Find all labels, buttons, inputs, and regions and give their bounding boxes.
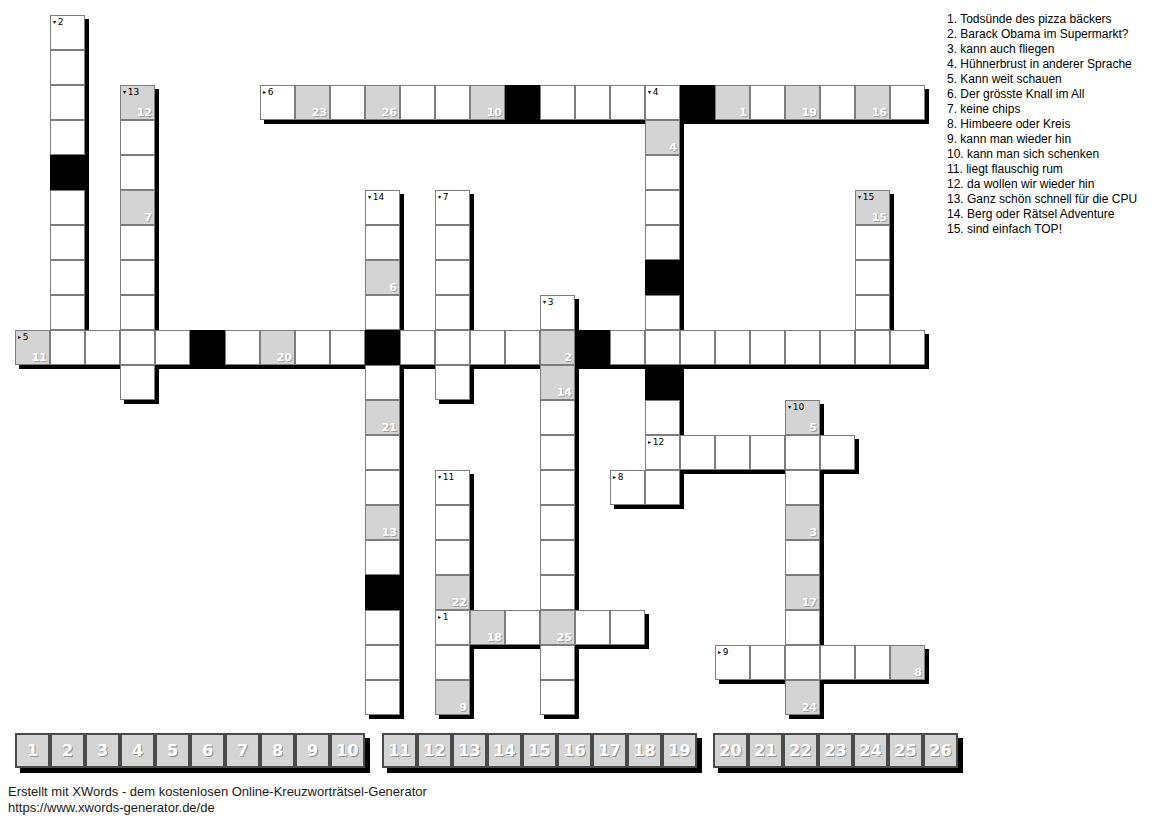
solution-letter-number: 21 [382,421,397,434]
cell-c1-r5[interactable] [50,190,85,225]
cell-c18-r2[interactable]: ▾ 4 [645,85,680,120]
cell-c23-r9[interactable] [820,330,855,365]
cell-c18-r11[interactable] [645,400,680,435]
cell-c23-r2[interactable] [820,85,855,120]
clue-item-4: 4. Hühnerbrust in anderer Sprache [947,57,1137,72]
across-clue-marker-1: ▸ 1 [438,612,449,622]
solution-cell-22[interactable]: 22 [783,733,818,768]
solution-cell-15[interactable]: 15 [522,733,557,768]
footer-credit: Erstellt mit XWords - dem kostenlosen On… [8,784,427,800]
cell-c17-r2[interactable] [610,85,645,120]
cell-c20-r12[interactable] [715,435,750,470]
cell-c16-r17[interactable] [575,610,610,645]
cell-c1-r9[interactable] [50,330,85,365]
clue-direction-arrow-icon: ▾ [368,193,371,200]
solution-letter-number: 14 [557,386,572,399]
cell-c20-r9[interactable] [715,330,750,365]
clue-item-14: 14. Berg oder Rätsel Adventure [947,207,1137,222]
solution-cell-12[interactable]: 12 [417,733,452,768]
cell-c21-r18[interactable] [750,645,785,680]
clue-direction-arrow-icon: ▾ [543,298,546,305]
cell-c3-r6[interactable] [120,225,155,260]
solution-cell-25[interactable]: 25 [888,733,923,768]
solution-letter-number: 20 [277,351,292,364]
cell-c15-r15[interactable] [540,540,575,575]
cell-c22-r19[interactable]: 24 [785,680,820,715]
solution-letter-number: 5 [809,421,817,434]
clue-direction-arrow-icon: ▾ [123,88,126,95]
cell-c1-r6[interactable] [50,225,85,260]
cell-c3-r4[interactable] [120,155,155,190]
solution-cell-5[interactable]: 5 [155,733,190,768]
cell-c18-r8[interactable] [645,295,680,330]
cell-c1-r0[interactable]: ▾ 2 [50,15,85,50]
cell-c18-r12[interactable]: ▸ 12 [645,435,680,470]
cell-c22-r16[interactable]: 17 [785,575,820,610]
solution-letter-number: 24 [802,701,817,714]
cell-c0-r9[interactable]: ▸ 511 [15,330,50,365]
separator-cell [365,330,400,365]
cell-c22-r18[interactable] [785,645,820,680]
cell-c24-r9[interactable] [855,330,890,365]
cell-c15-r13[interactable] [540,470,575,505]
cell-c17-r17[interactable] [610,610,645,645]
cell-c15-r14[interactable] [540,505,575,540]
clue-item-9: 9. kann man wieder hin [947,132,1137,147]
cell-c8-r9[interactable] [295,330,330,365]
cell-c14-r9[interactable] [505,330,540,365]
cell-c12-r9[interactable] [435,330,470,365]
cell-c3-r9[interactable] [120,330,155,365]
clue-item-8: 8. Himbeere oder Kreis [947,117,1137,132]
cell-c12-r14[interactable] [435,505,470,540]
solution-cell-7[interactable]: 7 [225,733,260,768]
clue-item-11: 11. liegt flauschig rum [947,162,1137,177]
cell-c25-r18[interactable]: 8 [890,645,925,680]
clue-direction-arrow-icon: ▾ [438,193,441,200]
cell-c12-r18[interactable] [435,645,470,680]
cell-c10-r13[interactable] [365,470,400,505]
solution-cell-2[interactable]: 2 [50,733,85,768]
cell-c18-r3[interactable]: 4 [645,120,680,155]
clue-item-5: 5. Kann weit schauen [947,72,1137,87]
solution-strip-block-1: 12345678910 [15,733,365,768]
cell-c10-r10[interactable] [365,365,400,400]
clue-direction-arrow-icon: ▸ [648,438,651,445]
cell-c3-r7[interactable] [120,260,155,295]
cell-c7-r9[interactable]: 20 [260,330,295,365]
solution-cell-4[interactable]: 4 [120,733,155,768]
solution-letter-number: 8 [914,666,922,679]
cell-c25-r2[interactable] [890,85,925,120]
down-clue-marker-7: ▾ 7 [438,192,449,202]
solution-letter-number: 3 [809,526,817,539]
solution-letter-number: 19 [802,106,817,119]
cell-c2-r9[interactable] [85,330,120,365]
footer: Erstellt mit XWords - dem kostenlosen On… [8,784,427,815]
solution-cell-8[interactable]: 8 [260,733,295,768]
cell-c21-r12[interactable] [750,435,785,470]
solution-letter-number: 12 [137,106,152,119]
cell-c22-r9[interactable] [785,330,820,365]
solution-cell-11[interactable]: 11 [382,733,417,768]
solution-cell-6[interactable]: 6 [190,733,225,768]
cell-c17-r9[interactable] [610,330,645,365]
cell-c1-r2[interactable] [50,85,85,120]
cell-c11-r2[interactable] [400,85,435,120]
cell-c12-r16[interactable]: 22 [435,575,470,610]
solution-strip-block-3: 20212223242526 [713,733,958,768]
solution-letter-number: 6 [389,281,397,294]
cell-c20-r2[interactable]: 1 [715,85,750,120]
cell-c10-r12[interactable] [365,435,400,470]
cell-c12-r19[interactable]: 9 [435,680,470,715]
clue-direction-arrow-icon: ▾ [788,403,791,410]
solution-cell-1[interactable]: 1 [15,733,50,768]
cell-c12-r17[interactable]: ▸ 1 [435,610,470,645]
cell-c3-r8[interactable] [120,295,155,330]
cell-c22-r2[interactable]: 19 [785,85,820,120]
solution-letter-number: 18 [487,631,502,644]
cell-c18-r4[interactable] [645,155,680,190]
cell-c10-r11[interactable]: 21 [365,400,400,435]
cell-c22-r12[interactable] [785,435,820,470]
cell-c3-r10[interactable] [120,365,155,400]
separator-cell [190,330,225,365]
cell-c24-r18[interactable] [855,645,890,680]
cell-c3-r2[interactable]: ▾ 1312 [120,85,155,120]
clue-item-12: 12. da wollen wir wieder hin [947,177,1137,192]
clue-direction-arrow-icon: ▸ [613,473,616,480]
solution-cell-3[interactable]: 3 [85,733,120,768]
cell-c13-r2[interactable]: 10 [470,85,505,120]
solution-letter-number: 9 [459,701,467,714]
solution-letter-number: 2 [564,351,572,364]
cell-c10-r14[interactable]: 13 [365,505,400,540]
cell-c18-r5[interactable] [645,190,680,225]
solution-letter-number: 13 [382,526,397,539]
solution-cell-26[interactable]: 26 [923,733,958,768]
clue-direction-arrow-icon: ▸ [18,333,21,340]
cell-c24-r6[interactable] [855,225,890,260]
footer-url: https://www.xwords-generator.de/de [8,800,427,816]
clue-item-1: 1. Todsünde des pizza bäckers [947,12,1137,27]
cell-c25-r9[interactable] [890,330,925,365]
cell-c12-r10[interactable] [435,365,470,400]
solution-cell-19[interactable]: 19 [662,733,697,768]
cell-c10-r7[interactable]: 6 [365,260,400,295]
clue-direction-arrow-icon: ▾ [53,18,56,25]
clue-item-15: 15. sind einfach TOP! [947,222,1137,237]
solution-cell-23[interactable]: 23 [818,733,853,768]
solution-cell-14[interactable]: 14 [487,733,522,768]
separator-cell [505,85,540,120]
solution-letter-number: 16 [872,106,887,119]
cell-c19-r12[interactable] [680,435,715,470]
across-clue-marker-5: ▸ 5 [18,332,29,342]
cell-c15-r11[interactable] [540,400,575,435]
down-clue-marker-10: ▾ 10 [788,402,804,412]
clue-item-6: 6. Der grösste Knall im All [947,87,1137,102]
cell-c8-r2[interactable]: 23 [295,85,330,120]
cell-c4-r9[interactable] [155,330,190,365]
across-clue-marker-6: ▸ 6 [263,87,274,97]
solution-letter-number: 17 [802,596,817,609]
clue-direction-arrow-icon: ▸ [438,613,441,620]
cell-c9-r9[interactable] [330,330,365,365]
cell-c10-r18[interactable] [365,645,400,680]
separator-cell [645,260,680,295]
cell-c24-r2[interactable]: 16 [855,85,890,120]
clue-direction-arrow-icon: ▸ [718,648,721,655]
down-clue-marker-2: ▾ 2 [53,17,64,27]
solution-letter-number: 22 [452,596,467,609]
cell-c13-r9[interactable] [470,330,505,365]
cell-c12-r8[interactable] [435,295,470,330]
cell-c14-r17[interactable] [505,610,540,645]
solution-letter-number: 25 [557,631,572,644]
cell-c21-r9[interactable] [750,330,785,365]
cell-c3-r3[interactable] [120,120,155,155]
clue-item-3: 3. kann auch fliegen [947,42,1137,57]
separator-cell [365,575,400,610]
cell-c15-r10[interactable]: 14 [540,365,575,400]
clue-item-2: 2. Barack Obama im Supermarkt? [947,27,1137,42]
solution-cell-10[interactable]: 10 [330,733,365,768]
across-clue-marker-8: ▸ 8 [613,472,624,482]
cell-c6-r9[interactable] [225,330,260,365]
solution-cell-24[interactable]: 24 [853,733,888,768]
down-clue-marker-14: ▾ 14 [368,192,384,202]
cell-c23-r12[interactable] [820,435,855,470]
clue-direction-arrow-icon: ▾ [648,88,651,95]
cell-c22-r11[interactable]: ▾ 105 [785,400,820,435]
cell-c10-r8[interactable] [365,295,400,330]
solution-cell-21[interactable]: 21 [748,733,783,768]
solution-cell-9[interactable]: 9 [295,733,330,768]
cell-c12-r6[interactable] [435,225,470,260]
cell-c19-r9[interactable] [680,330,715,365]
down-clue-marker-13: ▾ 13 [123,87,139,97]
cell-c18-r13[interactable] [645,470,680,505]
cell-c7-r2[interactable]: ▸ 6 [260,85,295,120]
separator-cell [50,155,85,190]
across-clue-marker-9: ▸ 9 [718,647,729,657]
cell-c11-r9[interactable] [400,330,435,365]
solution-cell-13[interactable]: 13 [452,733,487,768]
cell-c1-r3[interactable] [50,120,85,155]
cell-c10-r15[interactable] [365,540,400,575]
clue-item-10: 10. kann man sich schenken [947,147,1137,162]
cell-c12-r2[interactable] [435,85,470,120]
cell-c12-r7[interactable] [435,260,470,295]
separator-cell [575,330,610,365]
cell-c1-r1[interactable] [50,50,85,85]
solution-letter-number: 26 [382,106,397,119]
solution-letter-number: 23 [312,106,327,119]
clue-direction-arrow-icon: ▾ [858,193,861,200]
cell-c22-r13[interactable] [785,470,820,505]
cell-c24-r8[interactable] [855,295,890,330]
solution-strip-block-2: 111213141516171819 [382,733,697,768]
cell-c24-r7[interactable] [855,260,890,295]
clue-item-13: 13. Ganz schön schnell für die CPU [947,192,1137,207]
cell-c1-r8[interactable] [50,295,85,330]
cell-c22-r17[interactable] [785,610,820,645]
solution-cell-16[interactable]: 16 [557,733,592,768]
cell-c24-r5[interactable]: ▾ 1515 [855,190,890,225]
cell-c17-r13[interactable]: ▸ 8 [610,470,645,505]
cell-c10-r19[interactable] [365,680,400,715]
solution-letter-number: 15 [872,211,887,224]
cell-c10-r17[interactable] [365,610,400,645]
cell-c18-r9[interactable] [645,330,680,365]
down-clue-marker-15: ▾ 15 [858,192,874,202]
solution-letter-number: 10 [487,106,502,119]
cell-c12-r13[interactable]: ▾ 11 [435,470,470,505]
crossword-page: ▾ 2▾ 13127▸ 6232610▾ 4119164▸ 12▾ 146211… [0,0,1169,828]
solution-cell-17[interactable]: 17 [592,733,627,768]
cell-c15-r19[interactable] [540,680,575,715]
cell-c10-r2[interactable]: 26 [365,85,400,120]
clue-direction-arrow-icon: ▾ [438,473,441,480]
cell-c3-r5[interactable]: 7 [120,190,155,225]
solution-cell-18[interactable]: 18 [627,733,662,768]
solution-letter-number: 11 [32,351,47,364]
down-clue-marker-4: ▾ 4 [648,87,659,97]
cell-c13-r17[interactable]: 18 [470,610,505,645]
separator-cell [645,365,680,400]
cell-c23-r18[interactable] [820,645,855,680]
cell-c15-r9[interactable]: 2 [540,330,575,365]
cell-c12-r15[interactable] [435,540,470,575]
cell-c15-r17[interactable]: 25 [540,610,575,645]
solution-cell-20[interactable]: 20 [713,733,748,768]
cell-c16-r2[interactable] [575,85,610,120]
cell-c15-r2[interactable] [540,85,575,120]
cell-c20-r18[interactable]: ▸ 9 [715,645,750,680]
cell-c1-r7[interactable] [50,260,85,295]
down-clue-marker-3: ▾ 3 [543,297,554,307]
cell-c15-r12[interactable] [540,435,575,470]
cell-c21-r2[interactable] [750,85,785,120]
cell-c9-r2[interactable] [330,85,365,120]
solution-letter-number: 7 [144,211,152,224]
clue-item-7: 7. keine chips [947,102,1137,117]
across-clue-marker-12: ▸ 12 [648,437,664,447]
cell-c12-r5[interactable]: ▾ 7 [435,190,470,225]
clue-list: 1. Todsünde des pizza bäckers2. Barack O… [947,12,1137,237]
solution-letter-number: 4 [669,141,677,154]
cell-c10-r5[interactable]: ▾ 14 [365,190,400,225]
cell-c18-r6[interactable] [645,225,680,260]
cell-c22-r15[interactable] [785,540,820,575]
clue-direction-arrow-icon: ▸ [263,88,266,95]
cell-c22-r14[interactable]: 3 [785,505,820,540]
cell-c15-r18[interactable] [540,645,575,680]
cell-c10-r6[interactable] [365,225,400,260]
down-clue-marker-11: ▾ 11 [438,472,454,482]
separator-cell [680,85,715,120]
cell-c15-r8[interactable]: ▾ 3 [540,295,575,330]
solution-letter-number: 1 [739,106,747,119]
cell-c15-r16[interactable] [540,575,575,610]
